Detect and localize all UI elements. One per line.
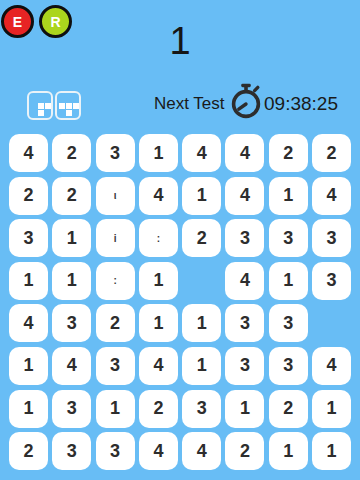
tile-r7c1[interactable]: 1 bbox=[9, 390, 48, 428]
app-background: E R 1 Next Test 09:38:25 4231442222ι4141… bbox=[0, 0, 360, 480]
tile-r8c8[interactable]: 1 bbox=[312, 432, 351, 470]
empty-cell bbox=[182, 262, 221, 300]
tile-r5c7[interactable]: 3 bbox=[269, 304, 308, 342]
tile-r3c7[interactable]: 3 bbox=[269, 219, 308, 257]
tile-r7c8[interactable]: 1 bbox=[312, 390, 351, 428]
tile-r6c2[interactable]: 4 bbox=[52, 347, 91, 385]
tile-r2c8[interactable]: 4 bbox=[312, 177, 351, 215]
tile-r6c3[interactable]: 3 bbox=[96, 347, 135, 385]
tile-r5c2[interactable]: 3 bbox=[52, 304, 91, 342]
stopwatch-icon bbox=[228, 83, 264, 120]
grid-pattern-right-icon[interactable] bbox=[55, 91, 81, 120]
tile-r1c1[interactable]: 4 bbox=[9, 134, 48, 172]
tile-r2c7[interactable]: 1 bbox=[269, 177, 308, 215]
tile-r7c7[interactable]: 2 bbox=[269, 390, 308, 428]
tile-r1c7[interactable]: 2 bbox=[269, 134, 308, 172]
tile-r2c3[interactable]: ι bbox=[96, 177, 135, 215]
tile-r3c6[interactable]: 3 bbox=[225, 219, 264, 257]
tile-r1c5[interactable]: 4 bbox=[182, 134, 221, 172]
tile-r4c7[interactable]: 1 bbox=[269, 262, 308, 300]
tile-r4c2[interactable]: 1 bbox=[52, 262, 91, 300]
tile-r6c1[interactable]: 1 bbox=[9, 347, 48, 385]
tile-r5c5[interactable]: 1 bbox=[182, 304, 221, 342]
tile-r8c7[interactable]: 1 bbox=[269, 432, 308, 470]
tile-r6c8[interactable]: 4 bbox=[312, 347, 351, 385]
tile-r4c6[interactable]: 4 bbox=[225, 262, 264, 300]
tile-r7c6[interactable]: 1 bbox=[225, 390, 264, 428]
tile-r1c3[interactable]: 3 bbox=[96, 134, 135, 172]
tile-r6c4[interactable]: 4 bbox=[139, 347, 178, 385]
tile-r6c5[interactable]: 1 bbox=[182, 347, 221, 385]
tile-r5c1[interactable]: 4 bbox=[9, 304, 48, 342]
tile-r2c4[interactable]: 4 bbox=[139, 177, 178, 215]
tile-r1c4[interactable]: 1 bbox=[139, 134, 178, 172]
tile-r8c3[interactable]: 3 bbox=[96, 432, 135, 470]
tile-r3c3[interactable]: i bbox=[96, 219, 135, 257]
tile-r5c3[interactable]: 2 bbox=[96, 304, 135, 342]
empty-cell bbox=[312, 304, 351, 342]
tile-r2c1[interactable]: 2 bbox=[9, 177, 48, 215]
tile-r2c6[interactable]: 4 bbox=[225, 177, 264, 215]
tile-r2c2[interactable]: 2 bbox=[52, 177, 91, 215]
tile-r1c6[interactable]: 4 bbox=[225, 134, 264, 172]
tile-r2c5[interactable]: 1 bbox=[182, 177, 221, 215]
tile-r5c4[interactable]: 1 bbox=[139, 304, 178, 342]
tile-grid: 4231442222ι4141431i:233311:1413432113314… bbox=[9, 134, 351, 470]
tile-r4c1[interactable]: 1 bbox=[9, 262, 48, 300]
tile-r8c1[interactable]: 2 bbox=[9, 432, 48, 470]
tile-r3c5[interactable]: 2 bbox=[182, 219, 221, 257]
tile-r8c2[interactable]: 3 bbox=[52, 432, 91, 470]
tile-r6c7[interactable]: 3 bbox=[269, 347, 308, 385]
tile-r6c6[interactable]: 3 bbox=[225, 347, 264, 385]
tile-r3c2[interactable]: 1 bbox=[52, 219, 91, 257]
tile-r1c8[interactable]: 2 bbox=[312, 134, 351, 172]
tile-r7c5[interactable]: 3 bbox=[182, 390, 221, 428]
tile-r8c6[interactable]: 2 bbox=[225, 432, 264, 470]
tile-r7c4[interactable]: 2 bbox=[139, 390, 178, 428]
tile-r5c6[interactable]: 3 bbox=[225, 304, 264, 342]
tile-r7c2[interactable]: 3 bbox=[52, 390, 91, 428]
tile-r3c8[interactable]: 3 bbox=[312, 219, 351, 257]
tile-r3c4[interactable]: : bbox=[139, 219, 178, 257]
level-indicator: 1 bbox=[0, 20, 360, 63]
tile-r4c4[interactable]: 1 bbox=[139, 262, 178, 300]
tile-r4c3[interactable]: : bbox=[96, 262, 135, 300]
tile-r7c3[interactable]: 1 bbox=[96, 390, 135, 428]
tile-r8c4[interactable]: 4 bbox=[139, 432, 178, 470]
grid-pattern-left-icon[interactable] bbox=[27, 91, 53, 120]
next-test-label: Next Test bbox=[154, 94, 225, 114]
tile-r3c1[interactable]: 3 bbox=[9, 219, 48, 257]
tile-r1c2[interactable]: 2 bbox=[52, 134, 91, 172]
tile-r8c5[interactable]: 4 bbox=[182, 432, 221, 470]
tile-r4c8[interactable]: 3 bbox=[312, 262, 351, 300]
timer-value: 09:38:25 bbox=[264, 93, 338, 115]
